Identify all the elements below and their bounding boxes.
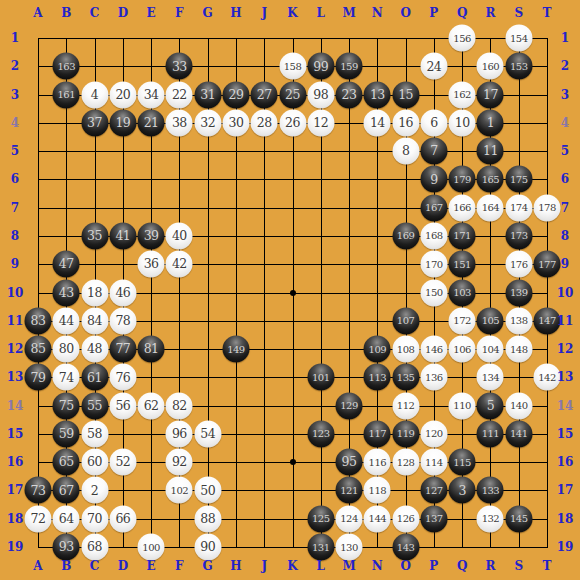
stone-black-153-S2[interactable]: 153	[505, 53, 532, 80]
move-number: 150	[425, 288, 443, 298]
col-bottom-label-E: E	[147, 559, 156, 573]
stone-white-174-S7[interactable]: 174	[505, 194, 532, 221]
stone-white-70-C18[interactable]: 70	[81, 505, 108, 532]
row-right-label-3: 3	[561, 88, 569, 102]
stone-white-22-F3[interactable]: 22	[166, 81, 193, 108]
move-number: 92	[172, 456, 187, 469]
move-number: 36	[144, 258, 159, 271]
stone-white-90-G19[interactable]: 90	[194, 534, 221, 561]
move-number: 43	[59, 286, 74, 299]
stone-black-177-T9[interactable]: 177	[534, 251, 561, 278]
move-number: 8	[402, 145, 409, 158]
move-number: 176	[510, 259, 528, 269]
move-number: 28	[257, 117, 272, 130]
stone-black-121-M17[interactable]: 121	[336, 477, 363, 504]
move-number: 125	[312, 514, 330, 524]
stone-black-179-Q6[interactable]: 179	[449, 166, 476, 193]
stone-white-56-D14[interactable]: 56	[109, 392, 136, 419]
move-number: 117	[369, 429, 387, 439]
move-number: 6	[430, 117, 437, 130]
stone-white-148-S12[interactable]: 148	[505, 336, 532, 363]
row-right-label-9: 9	[561, 257, 569, 271]
stone-white-154-S1[interactable]: 154	[505, 25, 532, 52]
grid-line-v	[547, 38, 548, 548]
stone-white-50-G17[interactable]: 50	[194, 477, 221, 504]
move-number: 146	[425, 344, 443, 354]
stone-white-164-R7[interactable]: 164	[477, 194, 504, 221]
row-left-label-15: 15	[7, 427, 24, 441]
stone-black-83-A11[interactable]: 83	[25, 307, 52, 334]
stone-black-77-D12[interactable]: 77	[109, 336, 136, 363]
stone-white-88-G18[interactable]: 88	[194, 505, 221, 532]
stone-white-160-R2[interactable]: 160	[477, 53, 504, 80]
stone-white-26-K4[interactable]: 26	[279, 109, 306, 136]
stone-white-74-B13[interactable]: 74	[53, 364, 80, 391]
stone-white-60-C16[interactable]: 60	[81, 449, 108, 476]
move-number: 65	[59, 456, 74, 469]
stone-black-31-G3[interactable]: 31	[194, 81, 221, 108]
move-number: 29	[228, 88, 243, 101]
stone-white-170-P9[interactable]: 170	[420, 251, 447, 278]
stone-black-5-R14[interactable]: 5	[477, 392, 504, 419]
stone-white-178-T7[interactable]: 178	[534, 194, 561, 221]
col-bottom-label-A: A	[33, 559, 42, 573]
col-top-label-N: N	[372, 6, 383, 20]
stone-black-43-B10[interactable]: 43	[53, 279, 80, 306]
col-top-label-D: D	[118, 6, 128, 20]
stone-black-55-C14[interactable]: 55	[81, 392, 108, 419]
move-number: 5	[487, 399, 494, 412]
stone-black-29-H3[interactable]: 29	[222, 81, 249, 108]
row-left-label-5: 5	[11, 144, 19, 158]
stone-white-124-M18[interactable]: 124	[336, 505, 363, 532]
stone-white-6-P4[interactable]: 6	[420, 109, 447, 136]
stone-black-159-M2[interactable]: 159	[336, 53, 363, 80]
stone-white-54-G15[interactable]: 54	[194, 420, 221, 447]
stone-white-110-Q14[interactable]: 110	[449, 392, 476, 419]
stone-black-85-A12[interactable]: 85	[25, 336, 52, 363]
move-number: 72	[31, 512, 46, 525]
move-number: 151	[453, 259, 471, 269]
move-number: 85	[31, 343, 46, 356]
move-number: 7	[430, 145, 437, 158]
move-number: 134	[482, 372, 500, 382]
move-number: 12	[313, 117, 328, 130]
row-left-label-1: 1	[11, 31, 19, 45]
move-number: 79	[31, 371, 46, 384]
move-number: 59	[59, 428, 74, 441]
move-number: 130	[340, 542, 358, 552]
row-left-label-14: 14	[7, 399, 24, 413]
stone-white-146-P12[interactable]: 146	[420, 336, 447, 363]
move-number: 34	[144, 88, 159, 101]
stone-black-165-R6[interactable]: 165	[477, 166, 504, 193]
stone-white-176-S9[interactable]: 176	[505, 251, 532, 278]
stone-black-81-E12[interactable]: 81	[138, 336, 165, 363]
stone-black-23-M3[interactable]: 23	[336, 81, 363, 108]
stone-black-101-L13[interactable]: 101	[307, 364, 334, 391]
stone-black-113-N13[interactable]: 113	[364, 364, 391, 391]
stone-black-109-N12[interactable]: 109	[364, 336, 391, 363]
row-left-label-12: 12	[7, 342, 24, 356]
move-number: 156	[453, 33, 471, 43]
move-number: 93	[59, 541, 74, 554]
move-number: 143	[397, 542, 415, 552]
stone-black-103-Q10[interactable]: 103	[449, 279, 476, 306]
move-number: 25	[285, 88, 300, 101]
stone-black-59-B15[interactable]: 59	[53, 420, 80, 447]
stone-white-4-C3[interactable]: 4	[81, 81, 108, 108]
stone-black-135-O13[interactable]: 135	[392, 364, 419, 391]
move-number: 179	[453, 174, 471, 184]
stone-white-118-N17[interactable]: 118	[364, 477, 391, 504]
move-number: 162	[453, 90, 471, 100]
stone-white-114-P16[interactable]: 114	[420, 449, 447, 476]
stone-black-19-D4[interactable]: 19	[109, 109, 136, 136]
move-number: 82	[172, 399, 187, 412]
move-number: 173	[510, 231, 528, 241]
move-number: 83	[31, 315, 46, 328]
stone-white-66-D18[interactable]: 66	[109, 505, 136, 532]
stone-white-112-O14[interactable]: 112	[392, 392, 419, 419]
col-bottom-label-N: N	[372, 559, 383, 573]
stone-black-105-R11[interactable]: 105	[477, 307, 504, 334]
move-number: 90	[200, 541, 215, 554]
move-number: 88	[200, 512, 215, 525]
row-left-label-7: 7	[11, 201, 19, 215]
stone-black-141-S15[interactable]: 141	[505, 420, 532, 447]
stone-black-175-S6[interactable]: 175	[505, 166, 532, 193]
stone-black-111-R15[interactable]: 111	[477, 420, 504, 447]
stone-white-84-C11[interactable]: 84	[81, 307, 108, 334]
stone-white-108-O12[interactable]: 108	[392, 336, 419, 363]
stone-black-99-L2[interactable]: 99	[307, 53, 334, 80]
col-bottom-label-S: S	[514, 559, 523, 573]
stone-white-120-P15[interactable]: 120	[420, 420, 447, 447]
move-number: 62	[144, 399, 159, 412]
stone-white-16-O4[interactable]: 16	[392, 109, 419, 136]
stone-white-92-F16[interactable]: 92	[166, 449, 193, 476]
col-bottom-label-O: O	[400, 559, 410, 573]
stone-black-125-L18[interactable]: 125	[307, 505, 334, 532]
stone-white-166-Q7[interactable]: 166	[449, 194, 476, 221]
col-top-label-T: T	[543, 6, 552, 20]
stone-black-117-N15[interactable]: 117	[364, 420, 391, 447]
stone-black-133-R17[interactable]: 133	[477, 477, 504, 504]
move-number: 148	[510, 344, 528, 354]
stone-white-102-F17[interactable]: 102	[166, 477, 193, 504]
stone-black-39-E8[interactable]: 39	[138, 222, 165, 249]
stone-black-169-O8[interactable]: 169	[392, 222, 419, 249]
stone-white-158-K2[interactable]: 158	[279, 53, 306, 80]
col-top-label-F: F	[175, 6, 184, 20]
move-number: 42	[172, 258, 187, 271]
stone-black-129-M14[interactable]: 129	[336, 392, 363, 419]
row-right-label-19: 19	[557, 540, 574, 554]
move-number: 105	[482, 316, 500, 326]
move-number: 73	[31, 484, 46, 497]
stone-white-8-O5[interactable]: 8	[392, 138, 419, 165]
stone-black-149-H12[interactable]: 149	[222, 336, 249, 363]
row-left-label-13: 13	[7, 370, 24, 384]
stone-black-1-R4[interactable]: 1	[477, 109, 504, 136]
move-number: 120	[425, 429, 443, 439]
stone-black-145-S18[interactable]: 145	[505, 505, 532, 532]
stone-black-137-P18[interactable]: 137	[420, 505, 447, 532]
stone-white-42-F9[interactable]: 42	[166, 251, 193, 278]
stone-black-167-P7[interactable]: 167	[420, 194, 447, 221]
move-number: 17	[483, 88, 498, 101]
stone-black-47-B9[interactable]: 47	[53, 251, 80, 278]
stone-white-96-F15[interactable]: 96	[166, 420, 193, 447]
col-top-label-G: G	[203, 6, 213, 20]
stone-white-104-R12[interactable]: 104	[477, 336, 504, 363]
col-bottom-label-B: B	[61, 559, 71, 573]
move-number: 119	[397, 429, 415, 439]
stone-black-173-S8[interactable]: 173	[505, 222, 532, 249]
move-number: 137	[425, 514, 443, 524]
stone-black-115-Q16[interactable]: 115	[449, 449, 476, 476]
move-number: 128	[397, 457, 415, 467]
move-number: 74	[59, 371, 74, 384]
move-number: 19	[115, 117, 130, 130]
stone-white-144-N18[interactable]: 144	[364, 505, 391, 532]
stone-black-171-Q8[interactable]: 171	[449, 222, 476, 249]
stone-black-75-B14[interactable]: 75	[53, 392, 80, 419]
stone-black-67-B17[interactable]: 67	[53, 477, 80, 504]
move-number: 13	[370, 88, 385, 101]
move-number: 116	[369, 457, 387, 467]
row-right-label-15: 15	[557, 427, 574, 441]
stone-black-93-B19[interactable]: 93	[53, 534, 80, 561]
col-bottom-label-Q: Q	[457, 559, 467, 573]
stone-white-20-D3[interactable]: 20	[109, 81, 136, 108]
row-right-label-2: 2	[561, 59, 569, 73]
row-right-label-7: 7	[561, 201, 569, 215]
stone-white-68-C19[interactable]: 68	[81, 534, 108, 561]
move-number: 77	[115, 343, 130, 356]
stone-white-18-C10[interactable]: 18	[81, 279, 108, 306]
move-number: 78	[115, 315, 130, 328]
move-number: 109	[369, 344, 387, 354]
move-number: 48	[87, 343, 102, 356]
move-number: 68	[87, 541, 102, 554]
move-number: 108	[397, 344, 415, 354]
move-number: 129	[340, 401, 358, 411]
move-number: 38	[172, 117, 187, 130]
stone-black-123-L15[interactable]: 123	[307, 420, 334, 447]
stone-white-58-C15[interactable]: 58	[81, 420, 108, 447]
stone-white-132-R18[interactable]: 132	[477, 505, 504, 532]
col-top-label-B: B	[61, 6, 71, 20]
move-number: 104	[482, 344, 500, 354]
stone-black-79-A13[interactable]: 79	[25, 364, 52, 391]
stone-white-168-P8[interactable]: 168	[420, 222, 447, 249]
move-number: 31	[200, 88, 215, 101]
stone-white-140-S14[interactable]: 140	[505, 392, 532, 419]
row-left-label-2: 2	[11, 59, 19, 73]
stone-white-62-E14[interactable]: 62	[138, 392, 165, 419]
stone-black-161-B3[interactable]: 161	[53, 81, 80, 108]
row-left-label-8: 8	[11, 229, 19, 243]
stone-black-17-R3[interactable]: 17	[477, 81, 504, 108]
stone-black-65-B16[interactable]: 65	[53, 449, 80, 476]
move-number: 127	[425, 485, 443, 495]
col-top-label-C: C	[90, 6, 100, 20]
move-number: 35	[87, 230, 102, 243]
stone-white-28-J4[interactable]: 28	[251, 109, 278, 136]
stone-white-40-F8[interactable]: 40	[166, 222, 193, 249]
stone-white-14-N4[interactable]: 14	[364, 109, 391, 136]
move-number: 167	[425, 203, 443, 213]
stone-white-48-C12[interactable]: 48	[81, 336, 108, 363]
stone-white-72-A18[interactable]: 72	[25, 505, 52, 532]
stone-black-131-L19[interactable]: 131	[307, 534, 334, 561]
move-number: 164	[482, 203, 500, 213]
stone-black-25-K3[interactable]: 25	[279, 81, 306, 108]
move-number: 123	[312, 429, 330, 439]
stone-white-100-E19[interactable]: 100	[138, 534, 165, 561]
stone-black-139-S10[interactable]: 139	[505, 279, 532, 306]
stone-white-138-S11[interactable]: 138	[505, 307, 532, 334]
stone-white-34-E3[interactable]: 34	[138, 81, 165, 108]
move-number: 178	[538, 203, 556, 213]
move-number: 60	[87, 456, 102, 469]
move-number: 153	[510, 61, 528, 71]
stone-white-12-L4[interactable]: 12	[307, 109, 334, 136]
move-number: 10	[455, 117, 470, 130]
col-top-label-K: K	[287, 6, 297, 20]
stone-black-107-O11[interactable]: 107	[392, 307, 419, 334]
stone-black-35-C8[interactable]: 35	[81, 222, 108, 249]
stone-white-116-N16[interactable]: 116	[364, 449, 391, 476]
move-number: 147	[538, 316, 556, 326]
stone-black-61-C13[interactable]: 61	[81, 364, 108, 391]
row-left-label-16: 16	[7, 455, 24, 469]
row-right-label-18: 18	[557, 512, 574, 526]
stone-white-10-Q4[interactable]: 10	[449, 109, 476, 136]
stone-white-162-Q3[interactable]: 162	[449, 81, 476, 108]
stone-white-2-C17[interactable]: 2	[81, 477, 108, 504]
move-number: 159	[340, 61, 358, 71]
stone-white-106-Q12[interactable]: 106	[449, 336, 476, 363]
stone-white-172-Q11[interactable]: 172	[449, 307, 476, 334]
stone-white-130-M19[interactable]: 130	[336, 534, 363, 561]
move-number: 47	[59, 258, 74, 271]
stone-black-37-C4[interactable]: 37	[81, 109, 108, 136]
stone-white-32-G4[interactable]: 32	[194, 109, 221, 136]
stone-black-95-M16[interactable]: 95	[336, 449, 363, 476]
stone-white-38-F4[interactable]: 38	[166, 109, 193, 136]
stone-white-150-P10[interactable]: 150	[420, 279, 447, 306]
move-number: 136	[425, 372, 443, 382]
stone-black-9-P6[interactable]: 9	[420, 166, 447, 193]
move-number: 33	[172, 60, 187, 73]
stone-black-151-Q9[interactable]: 151	[449, 251, 476, 278]
move-number: 161	[57, 90, 75, 100]
stone-white-80-B12[interactable]: 80	[53, 336, 80, 363]
move-number: 139	[510, 288, 528, 298]
move-number: 95	[342, 456, 357, 469]
go-board[interactable]: 1561541633315899159241601531614203422312…	[0, 0, 580, 580]
stone-black-11-R5[interactable]: 11	[477, 138, 504, 165]
stone-black-73-A17[interactable]: 73	[25, 477, 52, 504]
stone-black-7-P5[interactable]: 7	[420, 138, 447, 165]
move-number: 133	[482, 485, 500, 495]
move-number: 177	[538, 259, 556, 269]
move-number: 55	[87, 399, 102, 412]
row-right-label-8: 8	[561, 229, 569, 243]
stone-white-64-B18[interactable]: 64	[53, 505, 80, 532]
stone-black-119-O15[interactable]: 119	[392, 420, 419, 447]
move-number: 44	[59, 315, 74, 328]
move-number: 20	[115, 88, 130, 101]
move-number: 66	[115, 512, 130, 525]
col-top-label-A: A	[33, 6, 42, 20]
move-number: 18	[87, 286, 102, 299]
row-left-label-19: 19	[7, 540, 24, 554]
row-right-label-12: 12	[557, 342, 574, 356]
stone-black-3-Q17[interactable]: 3	[449, 477, 476, 504]
stone-white-76-D13[interactable]: 76	[109, 364, 136, 391]
stone-white-44-B11[interactable]: 44	[53, 307, 80, 334]
stone-black-27-J3[interactable]: 27	[251, 81, 278, 108]
stone-black-127-P17[interactable]: 127	[420, 477, 447, 504]
move-number: 163	[57, 61, 75, 71]
star-point-K10	[290, 290, 296, 296]
stone-black-21-E4[interactable]: 21	[138, 109, 165, 136]
stone-white-46-D10[interactable]: 46	[109, 279, 136, 306]
stone-black-143-O19[interactable]: 143	[392, 534, 419, 561]
stone-white-136-P13[interactable]: 136	[420, 364, 447, 391]
move-number: 24	[426, 60, 441, 73]
row-left-label-4: 4	[11, 116, 19, 130]
stone-white-134-R13[interactable]: 134	[477, 364, 504, 391]
stone-white-36-E9[interactable]: 36	[138, 251, 165, 278]
row-right-label-6: 6	[561, 172, 569, 186]
move-number: 23	[342, 88, 357, 101]
stone-black-41-D8[interactable]: 41	[109, 222, 136, 249]
move-number: 16	[398, 117, 413, 130]
row-right-label-11: 11	[557, 314, 574, 328]
move-number: 52	[115, 456, 130, 469]
col-bottom-label-J: J	[261, 559, 267, 573]
stone-white-126-O18[interactable]: 126	[392, 505, 419, 532]
move-number: 46	[115, 286, 130, 299]
grid-line-h	[38, 547, 548, 548]
stone-white-52-D16[interactable]: 52	[109, 449, 136, 476]
stone-black-33-F2[interactable]: 33	[166, 53, 193, 80]
stone-white-156-Q1[interactable]: 156	[449, 25, 476, 52]
move-number: 118	[369, 485, 387, 495]
col-top-label-O: O	[400, 6, 410, 20]
stone-white-98-L3[interactable]: 98	[307, 81, 334, 108]
stone-white-82-F14[interactable]: 82	[166, 392, 193, 419]
stone-black-163-B2[interactable]: 163	[53, 53, 80, 80]
stone-white-78-D11[interactable]: 78	[109, 307, 136, 334]
move-number: 141	[510, 429, 528, 439]
move-number: 115	[453, 457, 471, 467]
move-number: 124	[340, 514, 358, 524]
stone-white-24-P2[interactable]: 24	[420, 53, 447, 80]
row-left-label-11: 11	[7, 314, 24, 328]
stone-white-30-H4[interactable]: 30	[222, 109, 249, 136]
stone-white-128-O16[interactable]: 128	[392, 449, 419, 476]
stone-black-15-O3[interactable]: 15	[392, 81, 419, 108]
move-number: 168	[425, 231, 443, 241]
stone-black-13-N3[interactable]: 13	[364, 81, 391, 108]
move-number: 113	[369, 372, 387, 382]
